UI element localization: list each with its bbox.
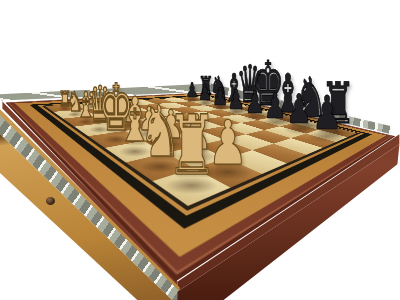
- black-pawn-glyph: ♟: [286, 89, 313, 130]
- black-pawn-glyph: ♟: [264, 88, 287, 123]
- chess-set-photo: ♜♞♝♛♚♝♞♜♟♟♟♟♟♟♟♟♟♟♟♟♟♟♟♟♜♞♝♛♚♝♞♜: [0, 0, 400, 300]
- white-rook-glyph: ♜: [166, 104, 217, 187]
- pieces-layer: ♜♞♝♛♚♝♞♜♟♟♟♟♟♟♟♟♟♟♟♟♟♟♟♟♜♞♝♛♚♝♞♜: [0, 0, 400, 300]
- black-pawn-glyph: ♟: [311, 91, 342, 138]
